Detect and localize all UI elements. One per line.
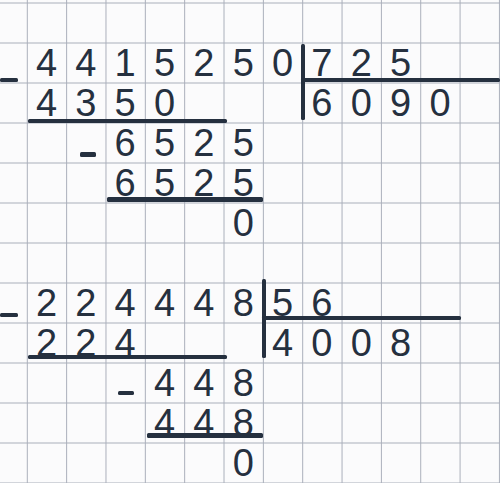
division-bracket-vertical-1 [301,44,305,120]
digit-cell: 0 [224,203,263,243]
digit-cell: 4 [145,283,184,323]
digit-cell: 9 [381,83,420,123]
digit-cell: 4 [27,83,66,123]
division-bracket-horizontal-2 [262,316,461,321]
digit-cell: 4 [184,283,223,323]
digit-cell: 5 [145,123,184,163]
digit-cell: 6 [302,83,341,123]
digit-cell: 4 [184,363,223,403]
digit-cell: 7 [302,43,341,83]
digit-cell: 5 [145,43,184,83]
digit-cell: 0 [420,83,459,123]
minus-sign-dividend-1 [0,78,18,83]
digit-cell: 5 [106,83,145,123]
minus-sign-6525 [80,152,96,157]
digit-cell: 6 [106,123,145,163]
digit-cell: 8 [224,283,263,323]
digit-cell: 5 [224,123,263,163]
digit-cell: 0 [224,443,263,483]
digit-cell: 8 [224,363,263,403]
division-bracket-horizontal-1 [301,78,500,82]
minus-sign-448 [118,391,134,396]
underline-4350 [28,119,227,123]
digit-cell: 4 [27,43,66,83]
digit-cell: 5 [224,43,263,83]
digit-cell: 0 [145,83,184,123]
digit-cell: 0 [342,323,381,363]
digit-cell: 2 [27,283,66,323]
digit-cell: 4 [145,363,184,403]
digit-cell: 3 [66,83,105,123]
digit-cell: 4 [263,323,302,363]
digit-cell: 0 [302,323,341,363]
digit-cell: 1 [106,43,145,83]
squared-paper-board: 4415250725435060906525652502244485622440… [0,0,500,483]
digit-cell: 5 [381,43,420,83]
underline-224 [28,355,227,359]
minus-sign-dividend-2 [0,313,18,318]
underline-6525 [107,197,264,202]
underline-448 [147,433,264,438]
digit-cell: 2 [184,123,223,163]
digit-cell: 0 [342,83,381,123]
digit-cell: 4 [66,43,105,83]
digit-cell: 2 [342,43,381,83]
digit-cell: 0 [263,43,302,83]
digit-cell: 4 [106,283,145,323]
digit-cell: 2 [66,283,105,323]
digit-cell: 2 [184,43,223,83]
digit-cell: 8 [381,323,420,363]
